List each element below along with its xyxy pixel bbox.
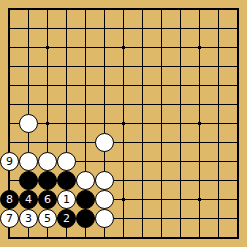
stone-white xyxy=(38,152,57,171)
stone-black-move-2: 2 xyxy=(57,209,76,228)
stone-black xyxy=(76,209,95,228)
stone-black-move-4: 4 xyxy=(19,190,38,209)
stone-white xyxy=(95,209,114,228)
stone-black xyxy=(76,190,95,209)
stone-black xyxy=(38,171,57,190)
stone-white-move-3: 3 xyxy=(19,209,38,228)
stone-white xyxy=(95,190,114,209)
stone-black xyxy=(19,171,38,190)
stone-white xyxy=(57,152,76,171)
go-board-diagram[interactable]: 984617352 xyxy=(0,0,247,247)
stone-white-move-1: 1 xyxy=(57,190,76,209)
stones-layer: 984617352 xyxy=(0,0,247,247)
stone-white xyxy=(95,133,114,152)
stone-white xyxy=(95,171,114,190)
stone-white xyxy=(19,152,38,171)
stone-black-move-6: 6 xyxy=(38,190,57,209)
stone-white-move-9: 9 xyxy=(0,152,19,171)
stone-white xyxy=(19,114,38,133)
stone-black-move-8: 8 xyxy=(0,190,19,209)
stone-white-move-5: 5 xyxy=(38,209,57,228)
stone-white-move-7: 7 xyxy=(0,209,19,228)
stone-black xyxy=(57,171,76,190)
stone-white xyxy=(76,171,95,190)
